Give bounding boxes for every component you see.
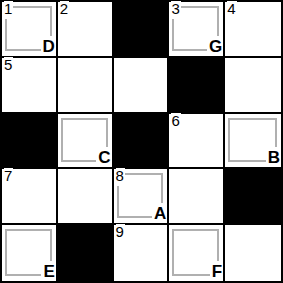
cell-r3c2[interactable]: A8 (114, 169, 170, 225)
clue-number: 7 (4, 168, 13, 186)
clue-number: 2 (60, 1, 69, 19)
crossword-board: D12G345C6B7A8E9F (0, 0, 283, 283)
cell-r1c4[interactable] (225, 58, 281, 114)
marker-letter: B (266, 147, 280, 167)
cell-r3c4 (225, 169, 281, 225)
clue-number: 5 (4, 57, 13, 75)
cell-r4c3[interactable]: F (169, 225, 225, 281)
cell-r2c4[interactable]: B (225, 114, 281, 170)
cell-r0c3[interactable]: G3 (169, 2, 225, 58)
cell-r0c2 (114, 2, 170, 58)
cell-r3c1[interactable] (58, 169, 114, 225)
marker-letter: G (207, 36, 222, 56)
clue-number: 9 (116, 224, 125, 242)
clue-number: 6 (171, 113, 180, 131)
cell-r4c4[interactable] (225, 225, 281, 281)
cell-r3c0[interactable]: 7 (2, 169, 58, 225)
marker-letter: D (41, 36, 55, 56)
cell-r4c0[interactable]: E (2, 225, 58, 281)
clue-number: 3 (171, 1, 180, 19)
cell-r2c1[interactable]: C (58, 114, 114, 170)
clue-number: 1 (4, 1, 13, 19)
cell-r2c0 (2, 114, 58, 170)
marker-letter: E (41, 261, 54, 281)
cell-r1c0[interactable]: 5 (2, 58, 58, 114)
cell-r2c3[interactable]: 6 (169, 114, 225, 170)
cell-r0c4[interactable]: 4 (225, 2, 281, 58)
cell-r1c3 (169, 58, 225, 114)
clue-number: 4 (227, 1, 236, 19)
cell-r0c0[interactable]: D1 (2, 2, 58, 58)
cell-r2c2 (114, 114, 170, 170)
cell-r1c1[interactable] (58, 58, 114, 114)
cell-r0c1[interactable]: 2 (58, 2, 114, 58)
clue-number: 8 (116, 168, 125, 186)
cell-r4c1 (58, 225, 114, 281)
cell-r4c2[interactable]: 9 (114, 225, 170, 281)
marker-letter: F (210, 261, 222, 281)
marker-letter: C (96, 147, 110, 167)
marker-letter: A (152, 203, 166, 223)
cell-r3c3[interactable] (169, 169, 225, 225)
cell-r1c2[interactable] (114, 58, 170, 114)
